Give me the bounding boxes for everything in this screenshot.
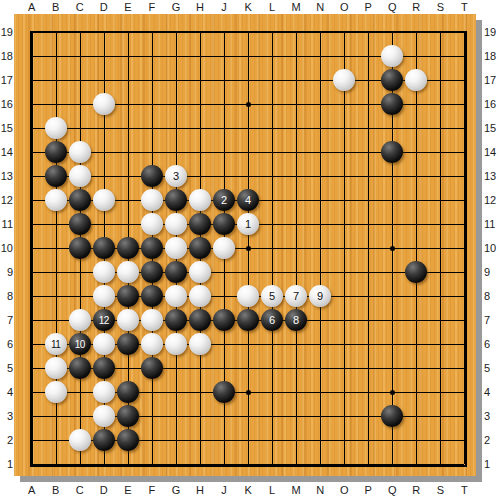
coord-label-bottom-P: P: [361, 484, 375, 497]
coord-label-top-D: D: [97, 1, 111, 14]
coord-label-bottom-M: M: [289, 484, 303, 497]
coord-label-left-13: 13: [0, 170, 13, 183]
coordinate-labels-layer: AABBCCDDEEFFGGHHJJKKLLMMNNOOPPQQRRSSTT19…: [0, 0, 500, 500]
coord-label-right-14: 14: [484, 146, 499, 159]
coord-label-right-1: 1: [484, 458, 499, 471]
coord-label-left-3: 3: [0, 410, 13, 423]
coord-label-top-R: R: [409, 1, 423, 14]
coord-label-top-C: C: [73, 1, 87, 14]
coord-label-left-18: 18: [0, 50, 13, 63]
coord-label-right-7: 7: [484, 314, 499, 327]
coord-label-top-G: G: [169, 1, 183, 14]
coord-label-left-7: 7: [0, 314, 13, 327]
coord-label-right-5: 5: [484, 362, 499, 375]
coord-label-right-10: 10: [484, 242, 499, 255]
coord-label-bottom-N: N: [313, 484, 327, 497]
coord-label-right-17: 17: [484, 74, 499, 87]
coord-label-right-4: 4: [484, 386, 499, 399]
coord-label-right-2: 2: [484, 434, 499, 447]
coord-label-bottom-E: E: [121, 484, 135, 497]
coord-label-right-13: 13: [484, 170, 499, 183]
coord-label-bottom-S: S: [433, 484, 447, 497]
coord-label-left-1: 1: [0, 458, 13, 471]
coord-label-left-5: 5: [0, 362, 13, 375]
coord-label-bottom-C: C: [73, 484, 87, 497]
coord-label-bottom-R: R: [409, 484, 423, 497]
coord-label-bottom-H: H: [193, 484, 207, 497]
coord-label-top-F: F: [145, 1, 159, 14]
coord-label-left-19: 19: [0, 26, 13, 39]
coord-label-bottom-F: F: [145, 484, 159, 497]
coord-label-top-L: L: [265, 1, 279, 14]
coord-label-top-Q: Q: [385, 1, 399, 14]
coord-label-left-6: 6: [0, 338, 13, 351]
coord-label-bottom-J: J: [217, 484, 231, 497]
coord-label-left-14: 14: [0, 146, 13, 159]
coord-label-bottom-O: O: [337, 484, 351, 497]
coord-label-bottom-A: A: [25, 484, 39, 497]
coord-label-left-9: 9: [0, 266, 13, 279]
coord-label-left-17: 17: [0, 74, 13, 87]
coord-label-top-J: J: [217, 1, 231, 14]
coord-label-top-O: O: [337, 1, 351, 14]
coord-label-bottom-K: K: [241, 484, 255, 497]
coord-label-left-15: 15: [0, 122, 13, 135]
coord-label-top-P: P: [361, 1, 375, 14]
coord-label-left-11: 11: [0, 218, 13, 231]
coord-label-top-B: B: [49, 1, 63, 14]
coord-label-bottom-B: B: [49, 484, 63, 497]
coord-label-right-15: 15: [484, 122, 499, 135]
coord-label-right-12: 12: [484, 194, 499, 207]
coord-label-right-19: 19: [484, 26, 499, 39]
coord-label-top-T: T: [457, 1, 471, 14]
coord-label-top-E: E: [121, 1, 135, 14]
coord-label-left-12: 12: [0, 194, 13, 207]
coord-label-top-A: A: [25, 1, 39, 14]
coord-label-top-M: M: [289, 1, 303, 14]
coord-label-right-8: 8: [484, 290, 499, 303]
coord-label-top-N: N: [313, 1, 327, 14]
coord-label-right-3: 3: [484, 410, 499, 423]
coord-label-bottom-Q: Q: [385, 484, 399, 497]
coord-label-right-6: 6: [484, 338, 499, 351]
coord-label-left-8: 8: [0, 290, 13, 303]
coord-label-right-9: 9: [484, 266, 499, 279]
coord-label-left-2: 2: [0, 434, 13, 447]
coord-label-right-18: 18: [484, 50, 499, 63]
coord-label-bottom-T: T: [457, 484, 471, 497]
coord-label-right-16: 16: [484, 98, 499, 111]
coord-label-bottom-D: D: [97, 484, 111, 497]
coord-label-left-16: 16: [0, 98, 13, 111]
coord-label-top-S: S: [433, 1, 447, 14]
coord-label-bottom-L: L: [265, 484, 279, 497]
coord-label-left-4: 4: [0, 386, 13, 399]
coord-label-bottom-G: G: [169, 484, 183, 497]
coord-label-top-K: K: [241, 1, 255, 14]
go-diagram-screen: 324157912681110 AABBCCDDEEFFGGHHJJKKLLMM…: [0, 0, 500, 500]
coord-label-right-11: 11: [484, 218, 499, 231]
coord-label-left-10: 10: [0, 242, 13, 255]
coord-label-top-H: H: [193, 1, 207, 14]
